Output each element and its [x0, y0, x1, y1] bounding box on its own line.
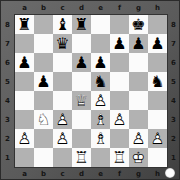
white-rook-f1[interactable]: ♜♖ — [110, 148, 129, 167]
piece-outline-glyph: ♖ — [110, 148, 129, 167]
square-d1[interactable]: ♜♖ — [72, 148, 91, 167]
rank-labels-right: 87654321 — [167, 15, 180, 167]
square-f6[interactable] — [110, 53, 129, 72]
square-e7[interactable] — [91, 34, 110, 53]
piece-outline-glyph: ♗ — [91, 110, 110, 129]
rank-label-7: 7 — [167, 34, 180, 53]
black-pawn-b5[interactable]: ♟ — [34, 72, 53, 91]
square-h4[interactable] — [148, 91, 167, 110]
square-e1[interactable] — [91, 148, 110, 167]
square-c2[interactable]: ♟♙ — [53, 129, 72, 148]
black-rook-d8[interactable]: ♜ — [72, 15, 91, 34]
square-d5[interactable] — [72, 72, 91, 91]
square-g1[interactable]: ♚♔ — [129, 148, 148, 167]
white-pawn-g2[interactable]: ♟♙ — [129, 129, 148, 148]
black-pawn-g7[interactable]: ♟ — [129, 34, 148, 53]
file-label-f: f — [110, 1, 129, 14]
piece-glyph: ♟ — [34, 72, 53, 91]
square-f3[interactable]: ♟♙ — [110, 110, 129, 129]
file-label-e: e — [91, 1, 110, 14]
square-b7[interactable] — [34, 34, 53, 53]
piece-outline-glyph: ♙ — [53, 129, 72, 148]
piece-glyph: ♟ — [72, 53, 91, 72]
square-c1[interactable] — [53, 148, 72, 167]
square-a6[interactable]: ♟ — [15, 53, 34, 72]
file-label-a: a — [15, 167, 34, 180]
square-b3[interactable]: ♞♘ — [34, 110, 53, 129]
square-h8[interactable] — [148, 15, 167, 34]
square-b1[interactable] — [34, 148, 53, 167]
square-a4[interactable] — [15, 91, 34, 110]
file-label-g: g — [129, 167, 148, 180]
black-pawn-f7[interactable]: ♟ — [110, 34, 129, 53]
white-queen-d4[interactable]: ♛♕ — [72, 91, 91, 110]
square-g4[interactable] — [129, 91, 148, 110]
square-g7[interactable]: ♟ — [129, 34, 148, 53]
black-rook-a8[interactable]: ♜ — [15, 15, 34, 34]
piece-outline-glyph: ♕ — [72, 91, 91, 110]
black-pawn-h7[interactable]: ♟ — [148, 34, 167, 53]
piece-outline-glyph: ♘ — [34, 110, 53, 129]
piece-glyph: ♟ — [148, 34, 167, 53]
white-rook-d1[interactable]: ♜♖ — [72, 148, 91, 167]
square-d2[interactable] — [72, 129, 91, 148]
piece-outline-glyph: ♙ — [110, 110, 129, 129]
white-pawn-c3[interactable]: ♟♙ — [53, 110, 72, 129]
square-g8[interactable]: ♚ — [129, 15, 148, 34]
square-b6[interactable] — [34, 53, 53, 72]
file-label-g: g — [129, 1, 148, 14]
rank-label-5: 5 — [167, 72, 180, 91]
piece-outline-glyph: ♔ — [129, 148, 148, 167]
black-bishop-c8[interactable]: ♝ — [53, 15, 72, 34]
square-e8[interactable] — [91, 15, 110, 34]
square-h1[interactable] — [148, 148, 167, 167]
square-a8[interactable]: ♜ — [15, 15, 34, 34]
piece-outline-glyph: ♙ — [91, 91, 110, 110]
square-d7[interactable] — [72, 34, 91, 53]
square-c3[interactable]: ♟♙ — [53, 110, 72, 129]
rank-label-3: 3 — [167, 110, 180, 129]
file-label-d: d — [72, 167, 91, 180]
piece-glyph: ♟ — [129, 34, 148, 53]
square-b4[interactable] — [34, 91, 53, 110]
square-d4[interactable]: ♛♕ — [72, 91, 91, 110]
file-label-c: c — [53, 167, 72, 180]
square-f4[interactable] — [110, 91, 129, 110]
rank-label-2: 2 — [167, 129, 180, 148]
file-label-b: b — [34, 1, 53, 14]
file-label-h: h — [148, 1, 167, 14]
square-f7[interactable]: ♟ — [110, 34, 129, 53]
square-a5[interactable] — [15, 72, 34, 91]
square-d8[interactable]: ♜ — [72, 15, 91, 34]
white-pawn-c2[interactable]: ♟♙ — [53, 129, 72, 148]
rank-labels-left: 87654321 — [1, 15, 14, 167]
white-bishop-e3[interactable]: ♝♗ — [91, 110, 110, 129]
piece-glyph: ♟ — [110, 34, 129, 53]
white-knight-b3[interactable]: ♞♘ — [34, 110, 53, 129]
rank-label-4: 4 — [167, 91, 180, 110]
piece-outline-glyph: ♙ — [15, 129, 34, 148]
rank-label-7: 7 — [1, 34, 14, 53]
square-f1[interactable]: ♜♖ — [110, 148, 129, 167]
square-a3[interactable] — [15, 110, 34, 129]
square-g6[interactable] — [129, 53, 148, 72]
black-king-g8[interactable]: ♚ — [129, 15, 148, 34]
square-e5[interactable]: ♞ — [91, 72, 110, 91]
piece-outline-glyph: ♙ — [53, 110, 72, 129]
square-e2[interactable]: ♝♗ — [91, 129, 110, 148]
piece-outline-glyph: ♗ — [91, 129, 110, 148]
piece-glyph: ♚ — [129, 15, 148, 34]
square-b8[interactable] — [34, 15, 53, 34]
piece-glyph: ♛ — [53, 34, 72, 53]
square-h6[interactable] — [148, 53, 167, 72]
square-g5[interactable] — [129, 72, 148, 91]
square-e4[interactable]: ♟♙ — [91, 91, 110, 110]
piece-outline-glyph: ♙ — [129, 129, 148, 148]
white-king-g1[interactable]: ♚♔ — [129, 148, 148, 167]
piece-glyph: ♞ — [148, 72, 167, 91]
square-b2[interactable] — [34, 129, 53, 148]
black-pawn-a6[interactable]: ♟ — [15, 53, 34, 72]
white-pawn-e4[interactable]: ♟♙ — [91, 91, 110, 110]
rank-label-6: 6 — [1, 53, 14, 72]
square-c8[interactable]: ♝ — [53, 15, 72, 34]
piece-glyph: ♜ — [72, 15, 91, 34]
black-pawn-e6[interactable]: ♟ — [91, 53, 110, 72]
file-label-b: b — [34, 167, 53, 180]
rank-label-3: 3 — [1, 110, 14, 129]
rank-label-4: 4 — [1, 91, 14, 110]
square-e3[interactable]: ♝♗ — [91, 110, 110, 129]
chess-diagram-frame: abcdefgh abcdefgh 87654321 87654321 ♜♝♜♚… — [0, 0, 180, 180]
file-label-c: c — [53, 1, 72, 14]
white-to-move-indicator — [165, 168, 175, 178]
square-h2[interactable]: ♟♙ — [148, 129, 167, 148]
square-d3[interactable] — [72, 110, 91, 129]
file-label-e: e — [91, 167, 110, 180]
piece-outline-glyph: ♙ — [148, 129, 167, 148]
white-pawn-h2[interactable]: ♟♙ — [148, 129, 167, 148]
file-labels-bottom: abcdefgh — [15, 167, 167, 180]
file-labels-top: abcdefgh — [15, 1, 167, 14]
piece-outline-glyph: ♖ — [72, 148, 91, 167]
rank-label-1: 1 — [1, 148, 14, 167]
black-pawn-d6[interactable]: ♟ — [72, 53, 91, 72]
chess-board: ♜♝♜♚♛♟♟♟♟♟♟♟♞♞♛♕♟♙♞♘♟♙♝♗♟♙♟♙♟♙♝♗♟♙♟♙♜♖♜♖… — [14, 14, 168, 168]
file-label-d: d — [72, 1, 91, 14]
piece-glyph: ♜ — [15, 15, 34, 34]
square-c7[interactable]: ♛ — [53, 34, 72, 53]
rank-label-1: 1 — [167, 148, 180, 167]
square-f5[interactable] — [110, 72, 129, 91]
square-f8[interactable] — [110, 15, 129, 34]
square-h7[interactable]: ♟ — [148, 34, 167, 53]
square-g3[interactable] — [129, 110, 148, 129]
piece-glyph: ♟ — [91, 53, 110, 72]
black-knight-h5[interactable]: ♞ — [148, 72, 167, 91]
square-d6[interactable]: ♟ — [72, 53, 91, 72]
square-f2[interactable] — [110, 129, 129, 148]
rank-label-8: 8 — [167, 15, 180, 34]
rank-label-2: 2 — [1, 129, 14, 148]
rank-label-8: 8 — [1, 15, 14, 34]
white-pawn-f3[interactable]: ♟♙ — [110, 110, 129, 129]
square-h5[interactable]: ♞ — [148, 72, 167, 91]
square-c5[interactable] — [53, 72, 72, 91]
black-knight-e5[interactable]: ♞ — [91, 72, 110, 91]
black-queen-c7[interactable]: ♛ — [53, 34, 72, 53]
file-label-f: f — [110, 167, 129, 180]
file-label-a: a — [15, 1, 34, 14]
square-h3[interactable] — [148, 110, 167, 129]
square-a7[interactable] — [15, 34, 34, 53]
rank-label-5: 5 — [1, 72, 14, 91]
square-a2[interactable]: ♟♙ — [15, 129, 34, 148]
piece-glyph: ♟ — [15, 53, 34, 72]
rank-label-6: 6 — [167, 53, 180, 72]
square-b5[interactable]: ♟ — [34, 72, 53, 91]
piece-glyph: ♞ — [91, 72, 110, 91]
square-c4[interactable] — [53, 91, 72, 110]
white-pawn-a2[interactable]: ♟♙ — [15, 129, 34, 148]
square-e6[interactable]: ♟ — [91, 53, 110, 72]
square-c6[interactable] — [53, 53, 72, 72]
white-bishop-e2[interactable]: ♝♗ — [91, 129, 110, 148]
square-a1[interactable] — [15, 148, 34, 167]
square-g2[interactable]: ♟♙ — [129, 129, 148, 148]
piece-glyph: ♝ — [53, 15, 72, 34]
